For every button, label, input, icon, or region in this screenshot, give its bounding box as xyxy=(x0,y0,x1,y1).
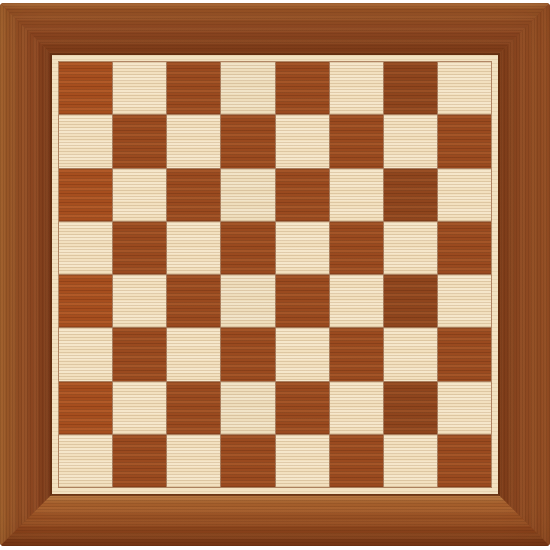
square-f6[interactable] xyxy=(330,169,383,221)
square-e5[interactable] xyxy=(276,222,329,274)
square-f8[interactable] xyxy=(330,62,383,114)
square-b2[interactable] xyxy=(113,382,166,434)
board-frame-top xyxy=(0,3,550,55)
square-c3[interactable] xyxy=(167,328,220,380)
square-b3[interactable] xyxy=(113,328,166,380)
square-g5[interactable] xyxy=(384,222,437,274)
square-c7[interactable] xyxy=(167,115,220,167)
square-e2[interactable] xyxy=(276,382,329,434)
square-h8[interactable] xyxy=(438,62,491,114)
square-g1[interactable] xyxy=(384,435,437,487)
square-a3[interactable] xyxy=(59,328,112,380)
square-b8[interactable] xyxy=(113,62,166,114)
square-h7[interactable] xyxy=(438,115,491,167)
board-grid xyxy=(59,62,491,487)
square-b1[interactable] xyxy=(113,435,166,487)
square-f7[interactable] xyxy=(330,115,383,167)
square-f3[interactable] xyxy=(330,328,383,380)
square-a7[interactable] xyxy=(59,115,112,167)
square-a6[interactable] xyxy=(59,169,112,221)
square-e1[interactable] xyxy=(276,435,329,487)
square-g2[interactable] xyxy=(384,382,437,434)
square-f2[interactable] xyxy=(330,382,383,434)
board-inner-border xyxy=(52,55,498,494)
square-h3[interactable] xyxy=(438,328,491,380)
square-h5[interactable] xyxy=(438,222,491,274)
square-d6[interactable] xyxy=(221,169,274,221)
square-d4[interactable] xyxy=(221,275,274,327)
square-g6[interactable] xyxy=(384,169,437,221)
board-frame-right xyxy=(498,3,550,546)
square-e6[interactable] xyxy=(276,169,329,221)
square-b6[interactable] xyxy=(113,169,166,221)
square-a5[interactable] xyxy=(59,222,112,274)
square-f1[interactable] xyxy=(330,435,383,487)
square-e7[interactable] xyxy=(276,115,329,167)
square-h2[interactable] xyxy=(438,382,491,434)
square-a2[interactable] xyxy=(59,382,112,434)
square-c5[interactable] xyxy=(167,222,220,274)
square-h6[interactable] xyxy=(438,169,491,221)
square-d5[interactable] xyxy=(221,222,274,274)
square-f5[interactable] xyxy=(330,222,383,274)
square-b7[interactable] xyxy=(113,115,166,167)
square-e8[interactable] xyxy=(276,62,329,114)
square-g7[interactable] xyxy=(384,115,437,167)
square-c6[interactable] xyxy=(167,169,220,221)
square-a8[interactable] xyxy=(59,62,112,114)
square-h4[interactable] xyxy=(438,275,491,327)
square-c2[interactable] xyxy=(167,382,220,434)
square-g3[interactable] xyxy=(384,328,437,380)
square-g8[interactable] xyxy=(384,62,437,114)
square-e4[interactable] xyxy=(276,275,329,327)
square-d3[interactable] xyxy=(221,328,274,380)
square-d7[interactable] xyxy=(221,115,274,167)
square-e3[interactable] xyxy=(276,328,329,380)
square-g4[interactable] xyxy=(384,275,437,327)
square-c1[interactable] xyxy=(167,435,220,487)
square-a1[interactable] xyxy=(59,435,112,487)
square-h1[interactable] xyxy=(438,435,491,487)
square-d8[interactable] xyxy=(221,62,274,114)
square-b5[interactable] xyxy=(113,222,166,274)
square-b4[interactable] xyxy=(113,275,166,327)
square-c8[interactable] xyxy=(167,62,220,114)
chessboard xyxy=(0,3,550,546)
square-d2[interactable] xyxy=(221,382,274,434)
square-c4[interactable] xyxy=(167,275,220,327)
square-a4[interactable] xyxy=(59,275,112,327)
square-f4[interactable] xyxy=(330,275,383,327)
board-frame-left xyxy=(0,3,52,546)
square-d1[interactable] xyxy=(221,435,274,487)
product-photo xyxy=(0,0,550,550)
board-frame-bottom xyxy=(0,494,550,546)
